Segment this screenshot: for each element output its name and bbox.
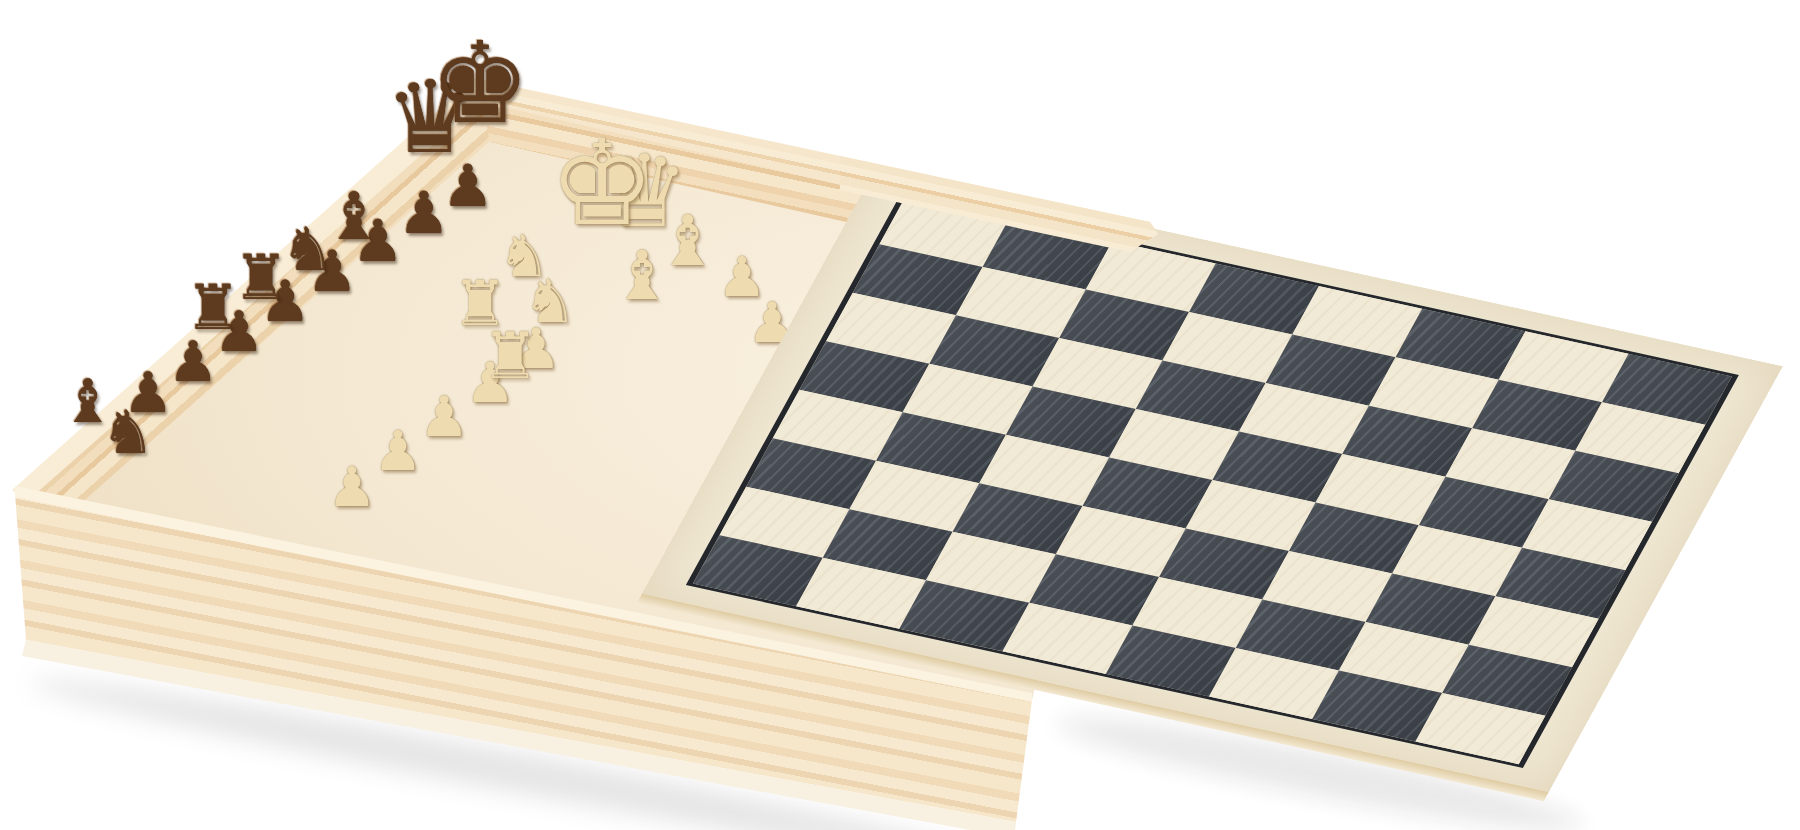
- dark-bishop: ♝: [324, 184, 383, 250]
- light-pawn: ♟: [419, 389, 469, 445]
- light-knight: ♞: [523, 271, 577, 331]
- light-pawn: ♟: [327, 460, 376, 515]
- light-bishop: ♝: [612, 242, 673, 310]
- light-pawn: ♟: [373, 424, 422, 479]
- light-king: ♚: [549, 124, 655, 242]
- dark-king: ♚: [430, 27, 530, 139]
- product-photo-scene: ♟♟♟♟♟♟♟♟♜♜♞♞♝♝♛♚♟♟♟♟♟♟♟♟♜♜♞♞♝♝♛♚: [0, 0, 1800, 830]
- dark-bishop: ♝: [61, 371, 115, 431]
